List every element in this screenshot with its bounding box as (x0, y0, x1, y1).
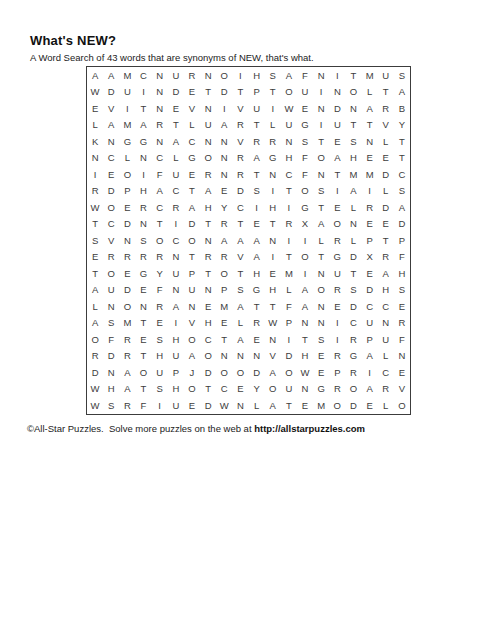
grid-cell: D (103, 84, 119, 101)
grid-cell: D (103, 183, 119, 200)
grid-cell: O (119, 298, 135, 315)
grid-cell: R (87, 183, 103, 200)
grid-cell: U (329, 117, 345, 134)
grid-cell: M (216, 298, 232, 315)
footer: ©All-Star Puzzles. Solve more puzzles on… (27, 423, 365, 434)
grid-cell: O (297, 249, 313, 266)
grid-cell: D (362, 282, 378, 299)
grid-cell: T (329, 166, 345, 183)
grid-cell: O (216, 67, 232, 84)
grid-cell: U (103, 282, 119, 299)
grid-cell: N (313, 166, 329, 183)
grid-cell: R (216, 249, 232, 266)
grid-cell: P (119, 183, 135, 200)
grid-cell: A (297, 282, 313, 299)
grid-cell: H (168, 331, 184, 348)
grid-cell: R (265, 133, 281, 150)
grid-cell: A (200, 183, 216, 200)
grid-cell: A (135, 117, 151, 134)
grid-cell: S (248, 183, 264, 200)
grid-cell: R (200, 249, 216, 266)
grid-cell: E (362, 397, 378, 414)
grid-cell: O (216, 265, 232, 282)
grid-cell: J (184, 364, 200, 381)
grid-cell: S (394, 183, 410, 200)
grid-cell: A (378, 265, 394, 282)
grid-cell: L (378, 348, 394, 365)
grid-cell: O (103, 265, 119, 282)
grid-cell: D (345, 397, 361, 414)
grid-cell: T (265, 84, 281, 101)
grid-cell: E (297, 397, 313, 414)
grid-cell: O (232, 364, 248, 381)
grid-cell: L (168, 150, 184, 167)
grid-cell: I (87, 166, 103, 183)
grid-cell: R (378, 100, 394, 117)
grid-cell: L (345, 232, 361, 249)
grid-cell: R (329, 282, 345, 299)
grid-cell: G (135, 265, 151, 282)
grid-cell: C (200, 331, 216, 348)
grid-cell: A (119, 364, 135, 381)
grid-cell: H (103, 381, 119, 398)
grid-cell: N (168, 249, 184, 266)
grid-cell: R (200, 166, 216, 183)
grid-cell: F (394, 249, 410, 266)
grid-cell: M (345, 166, 361, 183)
grid-cell: D (168, 84, 184, 101)
grid-cell: N (378, 315, 394, 332)
grid-cell: E (216, 315, 232, 332)
grid-cell: C (135, 67, 151, 84)
grid-cell: A (248, 232, 264, 249)
grid-cell: E (184, 397, 200, 414)
grid-cell: C (216, 381, 232, 398)
grid-cell: A (103, 67, 119, 84)
grid-cell: W (87, 381, 103, 398)
grid-cell: G (265, 150, 281, 167)
grid-cell: X (362, 249, 378, 266)
grid-cell: T (200, 84, 216, 101)
grid-cell: U (152, 364, 168, 381)
grid-cell: E (329, 133, 345, 150)
grid-cell: S (103, 315, 119, 332)
grid-cell: N (265, 166, 281, 183)
grid-cell: I (313, 117, 329, 134)
grid-cell: E (168, 100, 184, 117)
grid-cell: V (265, 348, 281, 365)
grid-cell: H (394, 265, 410, 282)
grid-cell: E (248, 216, 264, 233)
grid-cell: O (184, 381, 200, 398)
grid-cell: D (103, 348, 119, 365)
grid-cell: S (265, 67, 281, 84)
grid-cell: H (248, 67, 264, 84)
grid-cell: R (119, 397, 135, 414)
grid-cell: N (297, 381, 313, 398)
grid-cell: T (200, 265, 216, 282)
grid-cell: G (297, 117, 313, 134)
grid-cell: H (168, 381, 184, 398)
grid-cell: O (329, 397, 345, 414)
grid-cell: M (119, 67, 135, 84)
grid-cell: E (232, 381, 248, 398)
grid-cell: I (119, 100, 135, 117)
grid-cell: R (329, 232, 345, 249)
grid-cell: N (313, 265, 329, 282)
grid-cell: C (103, 216, 119, 233)
grid-cell: A (362, 100, 378, 117)
grid-cell: E (119, 199, 135, 216)
grid-cell: I (232, 67, 248, 84)
grid-cell: S (297, 133, 313, 150)
grid-cell: I (329, 315, 345, 332)
footer-url: http://allstarpuzzles.com (254, 423, 365, 434)
grid-cell: A (265, 364, 281, 381)
grid-cell: G (184, 150, 200, 167)
grid-cell: D (248, 364, 264, 381)
grid-cell: A (87, 315, 103, 332)
grid-cell: C (345, 315, 361, 332)
grid-cell: R (248, 315, 264, 332)
grid-cell: G (345, 348, 361, 365)
grid-cell: I (329, 67, 345, 84)
grid-cell: I (281, 232, 297, 249)
grid-cell: E (87, 100, 103, 117)
grid-cell: H (345, 150, 361, 167)
grid-cell: L (87, 117, 103, 134)
grid-cell: A (329, 150, 345, 167)
grid-cell: T (313, 249, 329, 266)
grid-cell: N (200, 282, 216, 299)
grid-cell: N (362, 133, 378, 150)
grid-cell: O (200, 150, 216, 167)
grid-cell: M (362, 166, 378, 183)
grid-cell: U (362, 315, 378, 332)
grid-cell: H (200, 199, 216, 216)
grid-cell: T (378, 232, 394, 249)
grid-cell: L (378, 183, 394, 200)
grid-cell: A (87, 282, 103, 299)
grid-cell: E (248, 331, 264, 348)
grid-cell: P (184, 265, 200, 282)
grid-cell: R (87, 348, 103, 365)
grid-cell: T (345, 67, 361, 84)
grid-cell: A (87, 67, 103, 84)
grid-cell: E (297, 100, 313, 117)
grid-cell: U (168, 348, 184, 365)
grid-cell: T (200, 381, 216, 398)
grid-cell: P (329, 364, 345, 381)
grid-cell: I (135, 84, 151, 101)
grid-cell: E (362, 150, 378, 167)
grid-cell: N (313, 315, 329, 332)
grid-cell: R (345, 364, 361, 381)
grid-cell: M (119, 315, 135, 332)
grid-cell: T (248, 166, 264, 183)
grid-cell: T (135, 315, 151, 332)
grid-cell: I (216, 100, 232, 117)
grid-cell: V (103, 232, 119, 249)
grid-cell: N (103, 298, 119, 315)
grid-cell: I (281, 331, 297, 348)
grid-cell: C (168, 232, 184, 249)
grid-cell: T (184, 249, 200, 266)
grid-cell: A (152, 183, 168, 200)
grid-cell: O (184, 331, 200, 348)
grid-cell: N (216, 166, 232, 183)
grid-cell: T (313, 199, 329, 216)
grid-cell: S (232, 282, 248, 299)
grid-cell: I (265, 249, 281, 266)
grid-cell: N (345, 100, 361, 117)
grid-cell: S (103, 397, 119, 414)
grid-cell: T (87, 216, 103, 233)
grid-cell: N (200, 133, 216, 150)
grid-cell: N (329, 84, 345, 101)
grid-cell: T (87, 265, 103, 282)
grid-cell: O (119, 166, 135, 183)
grid-cell: N (135, 298, 151, 315)
grid-cell: F (135, 397, 151, 414)
grid-cell: V (232, 100, 248, 117)
grid-cell: O (394, 397, 410, 414)
grid-cell: C (362, 298, 378, 315)
grid-cell: C (152, 150, 168, 167)
grid-cell: T (378, 84, 394, 101)
grid-cell: U (168, 166, 184, 183)
footer-copyright-text: ©All-Star Puzzles. Solve more puzzles on… (27, 423, 254, 434)
grid-cell: D (119, 216, 135, 233)
grid-cell: P (248, 84, 264, 101)
grid-cell: E (313, 364, 329, 381)
grid-cell: I (329, 331, 345, 348)
grid-cell: N (152, 133, 168, 150)
grid-cell: V (394, 381, 410, 398)
grid-cell: L (362, 84, 378, 101)
grid-cell: U (119, 84, 135, 101)
grid-cell: D (394, 216, 410, 233)
grid-cell: T (135, 100, 151, 117)
grid-cell: S (313, 331, 329, 348)
grid-cell: H (152, 348, 168, 365)
grid-cell: E (394, 298, 410, 315)
grid-cell: G (313, 381, 329, 398)
grid-cell: S (135, 232, 151, 249)
grid-cell: O (345, 84, 361, 101)
grid-cell: O (216, 364, 232, 381)
grid-cell: Y (248, 381, 264, 398)
grid-cell: O (329, 216, 345, 233)
grid-cell: L (265, 117, 281, 134)
grid-cell: H (378, 282, 394, 299)
grid-cell: A (216, 232, 232, 249)
grid-cell: K (87, 133, 103, 150)
grid-cell: N (232, 348, 248, 365)
grid-cell: W (87, 397, 103, 414)
grid-cell: O (345, 381, 361, 398)
grid-cell: N (200, 100, 216, 117)
grid-cell: E (152, 315, 168, 332)
grid-cell: T (313, 133, 329, 150)
grid-cell: E (329, 298, 345, 315)
grid-cell: R (168, 199, 184, 216)
grid-cell: O (135, 364, 151, 381)
grid-cell: R (135, 199, 151, 216)
grid-cell: S (345, 282, 361, 299)
grid-cell: C (168, 183, 184, 200)
grid-cell: U (200, 117, 216, 134)
grid-cell: E (200, 298, 216, 315)
grid-cell: R (345, 331, 361, 348)
grid-cell: H (265, 282, 281, 299)
grid-cell: U (168, 397, 184, 414)
grid-cell: I (281, 199, 297, 216)
grid-cell: E (184, 166, 200, 183)
grid-cell: N (313, 100, 329, 117)
grid-cell: I (265, 100, 281, 117)
grid-cell: U (378, 67, 394, 84)
grid-cell: T (265, 298, 281, 315)
grid-cell: R (378, 249, 394, 266)
grid-cell: O (152, 232, 168, 249)
grid-cell: F (297, 166, 313, 183)
grid-cell: R (232, 166, 248, 183)
grid-cell: T (216, 331, 232, 348)
grid-cell: M (362, 67, 378, 84)
grid-cell: W (87, 199, 103, 216)
grid-cell: L (184, 117, 200, 134)
grid-cell: N (297, 315, 313, 332)
grid-cell: H (135, 183, 151, 200)
grid-cell: A (216, 117, 232, 134)
grid-cell: U (168, 265, 184, 282)
grid-cell: V (378, 117, 394, 134)
grid-cell: E (313, 348, 329, 365)
grid-cell: E (87, 249, 103, 266)
grid-cell: R (119, 348, 135, 365)
grid-cell: A (265, 397, 281, 414)
grid-cell: L (232, 315, 248, 332)
grid-cell: L (378, 397, 394, 414)
grid-cell: U (248, 100, 264, 117)
grid-cell: V (184, 315, 200, 332)
grid-cell: N (152, 84, 168, 101)
grid-cell: T (152, 216, 168, 233)
grid-cell: G (248, 282, 264, 299)
grid-cell: E (135, 282, 151, 299)
grid-cell: T (394, 150, 410, 167)
grid-cell: T (394, 133, 410, 150)
grid-cell: T (281, 183, 297, 200)
grid-cell: N (103, 364, 119, 381)
grid-cell: I (297, 232, 313, 249)
grid-cell: N (200, 67, 216, 84)
grid-cell: F (297, 67, 313, 84)
grid-cell: T (297, 331, 313, 348)
grid-cell: N (168, 282, 184, 299)
grid-cell: T (362, 117, 378, 134)
grid-cell: A (248, 249, 264, 266)
grid-cell: E (378, 216, 394, 233)
grid-cell: A (103, 117, 119, 134)
grid-cell: D (200, 397, 216, 414)
grid-cell: U (297, 84, 313, 101)
grid-cell: D (378, 166, 394, 183)
grid-cell: N (216, 348, 232, 365)
grid-cell: C (184, 133, 200, 150)
grid-cell: U (184, 282, 200, 299)
grid-cell: R (329, 381, 345, 398)
grid-cell: N (216, 133, 232, 150)
grid-cell: N (103, 133, 119, 150)
grid-cell: T (248, 298, 264, 315)
grid-cell: A (281, 67, 297, 84)
grid-cell: L (281, 282, 297, 299)
grid-cell: C (152, 199, 168, 216)
grid-cell: A (394, 84, 410, 101)
grid-cell: N (394, 348, 410, 365)
grid-cell: I (152, 397, 168, 414)
grid-cell: C (394, 166, 410, 183)
grid-cell: A (184, 348, 200, 365)
grid-cell: R (394, 315, 410, 332)
grid-cell: P (362, 232, 378, 249)
grid-cell: A (232, 331, 248, 348)
grid-cell: P (281, 315, 297, 332)
grid-cell: E (216, 183, 232, 200)
grid-cell: N (216, 150, 232, 167)
grid-cell: T (200, 216, 216, 233)
grid-cell: S (345, 133, 361, 150)
grid-cell: S (394, 282, 410, 299)
grid-cell: N (345, 216, 361, 233)
grid-cell: D (119, 282, 135, 299)
grid-cell: I (329, 183, 345, 200)
grid-cell: A (297, 298, 313, 315)
grid-cell: L (87, 298, 103, 315)
grid-cell: I (297, 265, 313, 282)
grid-cell: U (168, 67, 184, 84)
grid-cell: P (394, 232, 410, 249)
grid-cell: T (184, 183, 200, 200)
grid-cell: W (265, 315, 281, 332)
grid-cell: H (200, 315, 216, 332)
grid-cell: T (232, 216, 248, 233)
grid-cell: E (378, 150, 394, 167)
grid-cell: N (152, 100, 168, 117)
grid-cell: R (119, 331, 135, 348)
grid-cell: W (281, 100, 297, 117)
grid-cell: Y (152, 265, 168, 282)
grid-cell: A (184, 199, 200, 216)
grid-cell: F (297, 150, 313, 167)
grid-cell: A (313, 216, 329, 233)
grid-cell: E (135, 331, 151, 348)
grid-cell: F (103, 331, 119, 348)
grid-cell: N (184, 298, 200, 315)
grid-cell: U (281, 381, 297, 398)
grid-cell: F (281, 298, 297, 315)
grid-cell: N (313, 298, 329, 315)
grid-cell: Y (216, 199, 232, 216)
grid-cell: E (362, 216, 378, 233)
grid-cell: U (329, 265, 345, 282)
grid-cell: F (152, 282, 168, 299)
grid-cell: N (135, 216, 151, 233)
grid-cell: H (297, 348, 313, 365)
grid-cell: I (362, 183, 378, 200)
